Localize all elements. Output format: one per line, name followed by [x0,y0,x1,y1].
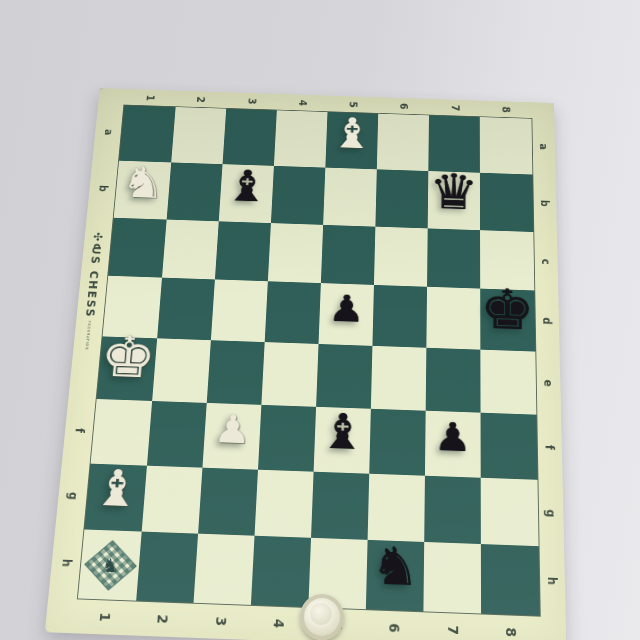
label-top-7: 7 [446,86,464,130]
chess-board: ♞♞♚♝♟♝♝♛♟♚♝♟♞ [78,105,540,615]
square-e2 [152,338,211,402]
logo-knight-icon: ♞ [101,555,120,575]
label-right-d: d [513,311,581,332]
square-d1 [103,276,163,338]
square-f5 [314,407,371,474]
square-g2 [142,465,203,534]
square-d2 [157,278,215,340]
square-d4 [265,281,321,344]
label-right-e: e [514,373,583,394]
label-bottom-8: 8 [496,603,527,640]
label-top-3: 3 [242,79,262,123]
square-f2 [147,401,207,467]
label-right-a: a [511,137,576,156]
square-e7 [426,348,481,413]
square-d3 [211,280,268,342]
square-c3 [215,221,271,282]
square-b2 [167,162,223,221]
label-bottom-2: 2 [146,590,180,640]
square-c6 [374,226,428,287]
chess-mat: 12345678 12345678 abcdefgh abcdefgh ✣ US… [45,88,567,640]
square-b5 [323,167,377,226]
us-chess-logo-icon: ✣ [90,232,104,241]
square-c2 [162,219,219,279]
label-bottom-6: 6 [379,599,410,640]
label-left-f: f [44,418,115,443]
square-e4 [261,342,318,407]
square-g5 [311,471,369,540]
us-chess-wordmark: US CHESS [83,246,104,319]
label-top-4: 4 [293,81,312,125]
square-d6 [372,285,427,348]
square-c7 [427,228,480,289]
square-d5 [319,283,374,346]
us-chess-tagline: FEDERATION [84,321,92,351]
square-e5 [316,344,372,409]
square-b4 [271,166,325,225]
label-top-1: 1 [140,76,161,120]
label-top-6: 6 [395,84,413,128]
label-left-a: a [76,121,142,143]
label-right-b: b [512,193,578,213]
square-h1: ♞ [78,530,142,601]
photo-background: 12345678 12345678 abcdefgh abcdefgh ✣ US… [0,0,640,640]
label-left-g: g [37,483,109,509]
square-c4 [268,223,323,284]
square-g6 [368,473,425,542]
captured-piece-top-ring [310,603,332,625]
label-right-g: g [515,502,586,525]
square-e6 [371,346,426,411]
label-bottom-4: 4 [262,595,294,640]
logo-diamond: ♞ [84,540,137,591]
label-right-f: f [515,436,585,458]
label-right-h: h [516,569,588,593]
corner-knight-diamond-logo: ♞ [78,530,142,601]
square-d7 [426,287,480,350]
captured-white-piece [300,594,344,640]
label-top-5: 5 [344,83,363,127]
square-g7 [424,475,481,544]
label-bottom-7: 7 [438,601,468,640]
square-f3 [203,403,262,470]
square-g3 [198,467,258,536]
square-b3 [219,164,274,223]
square-c5 [321,224,375,285]
square-e3 [207,340,265,404]
square-f6 [369,409,425,476]
label-right-c: c [512,251,579,271]
square-b7 [428,171,480,230]
square-f7 [425,410,481,477]
square-g4 [255,469,314,538]
square-b6 [375,169,428,228]
square-f4 [258,405,316,472]
label-top-2: 2 [191,78,212,122]
label-bottom-3: 3 [204,593,237,640]
label-left-b: b [70,177,137,199]
square-e1 [97,336,158,400]
label-top-8: 8 [497,88,515,132]
